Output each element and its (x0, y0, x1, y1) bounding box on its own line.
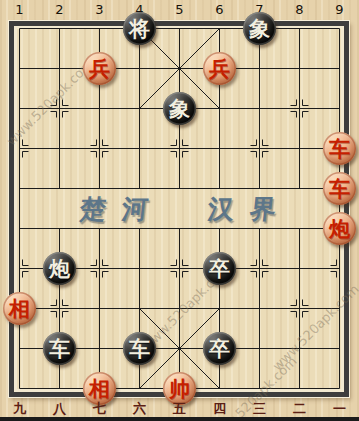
file-label-bottom-8: 二 (289, 401, 311, 417)
piece-glyph: 象 (169, 95, 190, 123)
piece-glyph: 相 (89, 375, 110, 403)
piece-glyph: 车 (49, 335, 70, 363)
piece-glyph: 相 (9, 295, 30, 323)
xiangqi-board[interactable]: 将象兵兵象车车炮炮卒相车车卒相帅 (0, 9, 359, 409)
piece-glyph: 炮 (49, 255, 70, 283)
file-label-bottom-6: 四 (209, 401, 231, 417)
piece-glyph: 兵 (209, 55, 230, 83)
piece-glyph: 车 (329, 175, 350, 203)
file-label-bottom-9: 一 (329, 401, 351, 417)
piece-red-兵-f3r1[interactable]: 兵 (83, 52, 116, 85)
file-label-bottom-7: 三 (249, 401, 271, 417)
piece-glyph: 兵 (89, 55, 110, 83)
file-label-bottom-1: 九 (9, 401, 31, 417)
piece-black-象-f7r0[interactable]: 象 (243, 12, 276, 45)
piece-glyph: 卒 (209, 255, 230, 283)
piece-glyph: 车 (129, 335, 150, 363)
file-label-bottom-5: 五 (169, 401, 191, 417)
piece-red-相-f1r7[interactable]: 相 (3, 292, 36, 325)
piece-red-车-f9r4[interactable]: 车 (323, 172, 356, 205)
piece-red-兵-f6r1[interactable]: 兵 (203, 52, 236, 85)
piece-red-车-f9r3[interactable]: 车 (323, 132, 356, 165)
file-label-bottom-3: 七 (89, 401, 111, 417)
piece-glyph: 车 (329, 135, 350, 163)
piece-black-卒-f6r8[interactable]: 卒 (203, 332, 236, 365)
file-label-bottom-2: 八 (49, 401, 71, 417)
piece-glyph: 炮 (329, 215, 350, 243)
piece-glyph: 帅 (169, 375, 190, 403)
piece-black-车-f4r8[interactable]: 车 (123, 332, 156, 365)
xiangqi-app-screen: 123456789 楚河 汉界 www.520apk.comwww.520apk… (0, 0, 359, 421)
piece-glyph: 将 (129, 15, 150, 43)
screen-bottom-edge (0, 417, 359, 421)
piece-red-炮-f9r5[interactable]: 炮 (323, 212, 356, 245)
piece-glyph: 象 (249, 15, 270, 43)
piece-glyph: 卒 (209, 335, 230, 363)
piece-black-卒-f6r6[interactable]: 卒 (203, 252, 236, 285)
piece-black-车-f2r8[interactable]: 车 (43, 332, 76, 365)
piece-black-将-f4r0[interactable]: 将 (123, 12, 156, 45)
piece-black-象-f5r2[interactable]: 象 (163, 92, 196, 125)
file-label-bottom-4: 六 (129, 401, 151, 417)
piece-black-炮-f2r6[interactable]: 炮 (43, 252, 76, 285)
